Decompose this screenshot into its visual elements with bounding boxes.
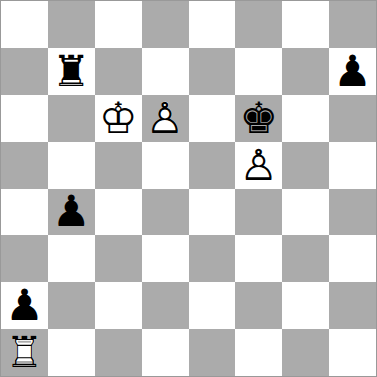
square-f8[interactable] <box>235 1 282 48</box>
square-e2[interactable] <box>189 282 236 329</box>
square-g6[interactable] <box>282 95 329 142</box>
piece-white-rook[interactable]: ♖ <box>5 331 44 374</box>
square-b5[interactable] <box>48 142 95 189</box>
square-a4[interactable] <box>1 189 48 236</box>
piece-black-pawn[interactable]: ♟ <box>333 50 372 93</box>
square-a8[interactable] <box>1 1 48 48</box>
square-e7[interactable] <box>189 48 236 95</box>
square-f4[interactable] <box>235 189 282 236</box>
square-e6[interactable] <box>189 95 236 142</box>
square-g1[interactable] <box>282 329 329 376</box>
square-g8[interactable] <box>282 1 329 48</box>
square-d7[interactable] <box>142 48 189 95</box>
square-f2[interactable] <box>235 282 282 329</box>
square-d5[interactable] <box>142 142 189 189</box>
square-b1[interactable] <box>48 329 95 376</box>
square-h6[interactable] <box>329 95 376 142</box>
square-c2[interactable] <box>95 282 142 329</box>
piece-white-pawn[interactable]: ♙ <box>146 97 185 140</box>
square-f5[interactable]: ♙ <box>235 142 282 189</box>
square-g4[interactable] <box>282 189 329 236</box>
square-e5[interactable] <box>189 142 236 189</box>
square-b2[interactable] <box>48 282 95 329</box>
square-a5[interactable] <box>1 142 48 189</box>
square-d8[interactable] <box>142 1 189 48</box>
square-h7[interactable]: ♟ <box>329 48 376 95</box>
piece-black-king[interactable]: ♚ <box>240 97 279 140</box>
square-h8[interactable] <box>329 1 376 48</box>
square-d6[interactable]: ♙ <box>142 95 189 142</box>
square-c1[interactable] <box>95 329 142 376</box>
square-d3[interactable] <box>142 235 189 282</box>
square-e1[interactable] <box>189 329 236 376</box>
square-c4[interactable] <box>95 189 142 236</box>
square-h2[interactable] <box>329 282 376 329</box>
square-a7[interactable] <box>1 48 48 95</box>
piece-black-pawn[interactable]: ♟ <box>5 284 44 327</box>
square-h3[interactable] <box>329 235 376 282</box>
square-e4[interactable] <box>189 189 236 236</box>
square-a1[interactable]: ♖ <box>1 329 48 376</box>
square-b4[interactable]: ♟ <box>48 189 95 236</box>
square-c5[interactable] <box>95 142 142 189</box>
square-g2[interactable] <box>282 282 329 329</box>
square-c6[interactable]: ♔ <box>95 95 142 142</box>
square-b6[interactable] <box>48 95 95 142</box>
square-e8[interactable] <box>189 1 236 48</box>
square-c7[interactable] <box>95 48 142 95</box>
piece-white-pawn[interactable]: ♙ <box>240 144 279 187</box>
square-a3[interactable] <box>1 235 48 282</box>
square-c8[interactable] <box>95 1 142 48</box>
square-c3[interactable] <box>95 235 142 282</box>
chess-board-container: ♜♟♔♙♚♙♟♟♖ <box>0 0 377 377</box>
square-f1[interactable] <box>235 329 282 376</box>
square-a2[interactable]: ♟ <box>1 282 48 329</box>
square-g3[interactable] <box>282 235 329 282</box>
chess-board: ♜♟♔♙♚♙♟♟♖ <box>0 0 377 377</box>
square-g7[interactable] <box>282 48 329 95</box>
piece-black-rook[interactable]: ♜ <box>52 50 91 93</box>
square-h4[interactable] <box>329 189 376 236</box>
square-f7[interactable] <box>235 48 282 95</box>
square-d2[interactable] <box>142 282 189 329</box>
square-a6[interactable] <box>1 95 48 142</box>
square-b8[interactable] <box>48 1 95 48</box>
piece-black-pawn[interactable]: ♟ <box>52 190 91 233</box>
square-h1[interactable] <box>329 329 376 376</box>
square-b7[interactable]: ♜ <box>48 48 95 95</box>
square-h5[interactable] <box>329 142 376 189</box>
square-d1[interactable] <box>142 329 189 376</box>
piece-white-king[interactable]: ♔ <box>99 97 138 140</box>
square-e3[interactable] <box>189 235 236 282</box>
square-d4[interactable] <box>142 189 189 236</box>
square-b3[interactable] <box>48 235 95 282</box>
square-f6[interactable]: ♚ <box>235 95 282 142</box>
square-g5[interactable] <box>282 142 329 189</box>
square-f3[interactable] <box>235 235 282 282</box>
